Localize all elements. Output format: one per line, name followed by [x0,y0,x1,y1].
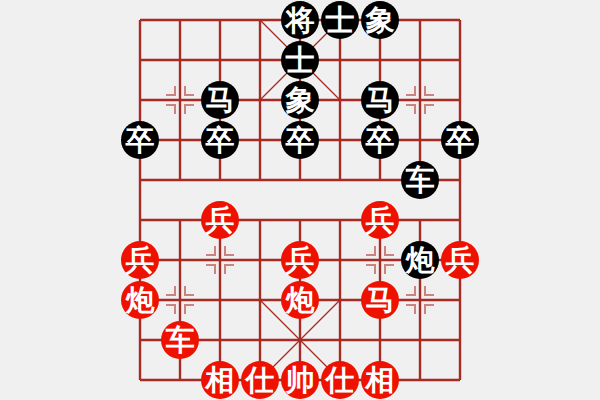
piece-black-elephant[interactable]: 象 [361,1,399,39]
piece-red-elephant[interactable]: 相 [201,361,239,399]
piece-red-pawn[interactable]: 兵 [121,241,159,279]
piece-red-elephant[interactable]: 相 [361,361,399,399]
xiangqi-app-canvas: 将士象士马象马卒卒卒卒卒车炮兵兵兵兵兵炮炮马车相仕帅仕相 [0,0,600,400]
board[interactable]: 将士象士马象马卒卒卒卒卒车炮兵兵兵兵兵炮炮马车相仕帅仕相 [140,20,460,380]
piece-black-advisor[interactable]: 士 [321,1,359,39]
piece-red-pawn[interactable]: 兵 [281,241,319,279]
piece-layer: 将士象士马象马卒卒卒卒卒车炮兵兵兵兵兵炮炮马车相仕帅仕相 [140,20,460,380]
piece-red-general[interactable]: 帅 [281,361,319,399]
piece-black-horse[interactable]: 马 [361,81,399,119]
piece-red-cannon[interactable]: 炮 [281,281,319,319]
piece-black-pawn[interactable]: 卒 [361,121,399,159]
piece-red-horse[interactable]: 马 [361,281,399,319]
piece-black-pawn[interactable]: 卒 [281,121,319,159]
piece-red-chariot[interactable]: 车 [161,321,199,359]
piece-red-advisor[interactable]: 仕 [321,361,359,399]
piece-black-advisor[interactable]: 士 [281,41,319,79]
piece-black-horse[interactable]: 马 [201,81,239,119]
piece-red-pawn[interactable]: 兵 [201,201,239,239]
piece-red-pawn[interactable]: 兵 [361,201,399,239]
piece-black-general[interactable]: 将 [281,1,319,39]
piece-black-chariot[interactable]: 车 [401,161,439,199]
piece-black-pawn[interactable]: 卒 [441,121,479,159]
piece-black-pawn[interactable]: 卒 [201,121,239,159]
piece-black-elephant[interactable]: 象 [281,81,319,119]
piece-black-pawn[interactable]: 卒 [121,121,159,159]
piece-red-pawn[interactable]: 兵 [441,241,479,279]
piece-red-advisor[interactable]: 仕 [241,361,279,399]
piece-black-cannon[interactable]: 炮 [401,241,439,279]
piece-red-cannon[interactable]: 炮 [121,281,159,319]
